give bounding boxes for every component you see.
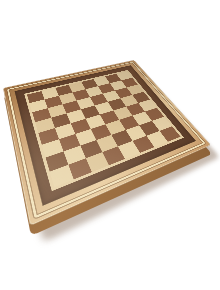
product-photo-chess-board — [0, 0, 220, 290]
